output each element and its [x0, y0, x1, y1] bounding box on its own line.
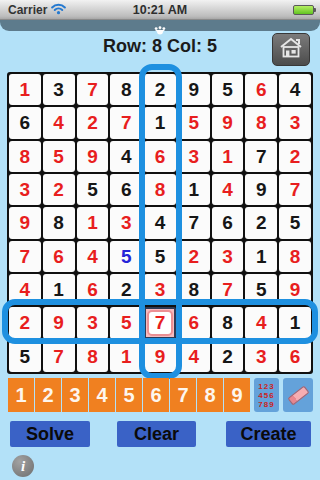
numkey-4[interactable]: 4 [89, 378, 115, 412]
eraser-button[interactable] [283, 378, 313, 412]
cell-r7c3[interactable]: 6 [77, 274, 109, 305]
cell-r3c5[interactable]: 6 [144, 141, 176, 172]
cell-r4c1[interactable]: 3 [9, 174, 41, 205]
cell-r3c6[interactable]: 3 [178, 141, 210, 172]
cell-r7c6[interactable]: 8 [178, 274, 210, 305]
home-button[interactable] [272, 33, 310, 66]
cell-r9c6[interactable]: 4 [178, 341, 210, 372]
cell-r9c7[interactable]: 2 [212, 341, 244, 372]
cell-r8c4[interactable]: 5 [110, 307, 142, 338]
info-button[interactable]: i [12, 455, 34, 477]
cell-r8c5[interactable]: 7 [144, 307, 176, 338]
cell-r7c7[interactable]: 7 [212, 274, 244, 305]
number-pad: 123456789123456789 [8, 378, 313, 412]
wifi-icon [51, 3, 66, 18]
numkey-3[interactable]: 3 [62, 378, 88, 412]
cell-r6c7[interactable]: 3 [212, 241, 244, 272]
cell-r5c8[interactable]: 2 [245, 207, 277, 238]
cell-r5c7[interactable]: 6 [212, 207, 244, 238]
cell-r1c8[interactable]: 6 [245, 74, 277, 105]
cell-r6c3[interactable]: 4 [77, 241, 109, 272]
cell-r6c1[interactable]: 7 [9, 241, 41, 272]
cell-r8c2[interactable]: 9 [43, 307, 75, 338]
cell-r4c6[interactable]: 1 [178, 174, 210, 205]
cell-r2c7[interactable]: 9 [212, 107, 244, 138]
cell-r2c3[interactable]: 2 [77, 107, 109, 138]
cell-r4c2[interactable]: 2 [43, 174, 75, 205]
cell-r9c3[interactable]: 8 [77, 341, 109, 372]
home-icon [278, 36, 304, 64]
cell-r1c2[interactable]: 3 [43, 74, 75, 105]
cell-r7c8[interactable]: 5 [245, 274, 277, 305]
battery-icon [293, 5, 314, 15]
eraser-icon [287, 385, 309, 405]
cell-r3c4[interactable]: 4 [110, 141, 142, 172]
cell-r5c5[interactable]: 4 [144, 207, 176, 238]
cell-r5c2[interactable]: 8 [43, 207, 75, 238]
cell-r1c3[interactable]: 7 [77, 74, 109, 105]
cell-r9c5[interactable]: 9 [144, 341, 176, 372]
numkey-8[interactable]: 8 [197, 378, 223, 412]
cell-r7c4[interactable]: 2 [110, 274, 142, 305]
cell-r4c8[interactable]: 9 [245, 174, 277, 205]
cell-r5c1[interactable]: 9 [9, 207, 41, 238]
cell-r1c5[interactable]: 2 [144, 74, 176, 105]
cell-r8c7[interactable]: 8 [212, 307, 244, 338]
cell-r7c9[interactable]: 9 [279, 274, 311, 305]
cell-r8c6[interactable]: 6 [178, 307, 210, 338]
cell-r9c4[interactable]: 1 [110, 341, 142, 372]
numkey-6[interactable]: 6 [143, 378, 169, 412]
cell-r3c7[interactable]: 1 [212, 141, 244, 172]
cell-r6c4[interactable]: 5 [110, 241, 142, 272]
clear-button[interactable]: Clear [117, 421, 196, 447]
cell-r4c9[interactable]: 7 [279, 174, 311, 205]
cell-r8c1[interactable]: 2 [9, 307, 41, 338]
cell-r5c6[interactable]: 7 [178, 207, 210, 238]
numkey-9[interactable]: 9 [224, 378, 250, 412]
cell-r6c8[interactable]: 1 [245, 241, 277, 272]
numkey-1[interactable]: 1 [8, 378, 34, 412]
carrier-label: Carrier [8, 3, 47, 17]
cell-r9c8[interactable]: 3 [245, 341, 277, 372]
cell-r3c3[interactable]: 9 [77, 141, 109, 172]
cell-r8c9[interactable]: 1 [279, 307, 311, 338]
cell-r8c8[interactable]: 4 [245, 307, 277, 338]
cell-r9c2[interactable]: 7 [43, 341, 75, 372]
cell-r3c1[interactable]: 8 [9, 141, 41, 172]
sudoku-app: 10:21 AM Carrier Row: 8 Col: 5 [0, 0, 320, 480]
cell-r5c4[interactable]: 3 [110, 207, 142, 238]
cell-r5c9[interactable]: 5 [279, 207, 311, 238]
cell-r7c5[interactable]: 3 [144, 274, 176, 305]
cell-r2c1[interactable]: 6 [9, 107, 41, 138]
cell-r5c3[interactable]: 1 [77, 207, 109, 238]
cell-r4c5[interactable]: 8 [144, 174, 176, 205]
cell-r2c8[interactable]: 8 [245, 107, 277, 138]
cell-r1c4[interactable]: 8 [110, 74, 142, 105]
cell-r2c5[interactable]: 1 [144, 107, 176, 138]
cell-r1c9[interactable]: 4 [279, 74, 311, 105]
cell-r3c2[interactable]: 5 [43, 141, 75, 172]
cell-r6c2[interactable]: 6 [43, 241, 75, 272]
sudoku-board: 1378295646427159838594631723256814979813… [7, 72, 313, 374]
create-button[interactable]: Create [226, 421, 311, 447]
cell-r7c1[interactable]: 4 [9, 274, 41, 305]
notes-mode-button[interactable]: 123456789 [254, 378, 279, 412]
cell-r2c4[interactable]: 7 [110, 107, 142, 138]
solve-button[interactable]: Solve [10, 421, 90, 447]
cell-r6c9[interactable]: 8 [279, 241, 311, 272]
cell-r4c4[interactable]: 6 [110, 174, 142, 205]
cell-r9c9[interactable]: 6 [279, 341, 311, 372]
cell-r3c8[interactable]: 7 [245, 141, 277, 172]
cell-r2c6[interactable]: 5 [178, 107, 210, 138]
numkey-2[interactable]: 2 [35, 378, 61, 412]
cell-r3c9[interactable]: 2 [279, 141, 311, 172]
cell-r8c3[interactable]: 3 [77, 307, 109, 338]
drawer-handle-bar[interactable] [0, 20, 320, 31]
cell-r4c7[interactable]: 4 [212, 174, 244, 205]
numkey-7[interactable]: 7 [170, 378, 196, 412]
cell-r9c1[interactable]: 5 [9, 341, 41, 372]
cell-r4c3[interactable]: 5 [77, 174, 109, 205]
cell-r6c5[interactable]: 5 [144, 241, 176, 272]
drawer-arrow-icon [155, 30, 165, 34]
cell-r2c2[interactable]: 4 [43, 107, 75, 138]
status-bar: 10:21 AM Carrier [0, 0, 320, 20]
cell-r1c7[interactable]: 5 [212, 74, 244, 105]
numkey-5[interactable]: 5 [116, 378, 142, 412]
cell-r6c6[interactable]: 2 [178, 241, 210, 272]
cell-r1c6[interactable]: 9 [178, 74, 210, 105]
cell-r7c2[interactable]: 1 [43, 274, 75, 305]
cell-r1c1[interactable]: 1 [9, 74, 41, 105]
cell-r2c9[interactable]: 3 [279, 107, 311, 138]
